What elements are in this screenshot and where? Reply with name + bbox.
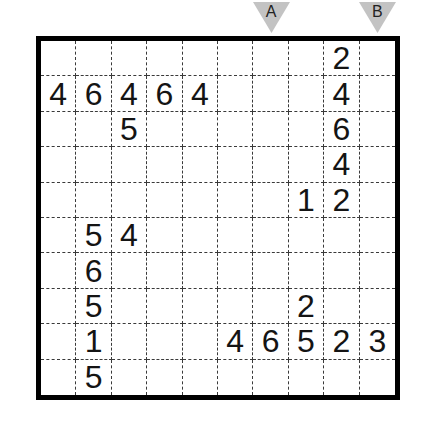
cell-r4-c2[interactable] [76, 147, 111, 182]
cell-r2-c10[interactable] [360, 76, 395, 111]
cell-r2-c6[interactable] [218, 76, 253, 111]
cell-r6-c10[interactable] [360, 218, 395, 253]
cell-r5-c8: 1 [289, 183, 324, 218]
cell-r3-c8[interactable] [289, 112, 324, 147]
cell-r8-c4[interactable] [147, 289, 182, 324]
cell-r3-c7[interactable] [253, 112, 288, 147]
cell-r10-c8[interactable] [289, 360, 324, 395]
cell-r6-c6[interactable] [218, 218, 253, 253]
cell-r3-c10[interactable] [360, 112, 395, 147]
cell-r1-c7[interactable] [253, 41, 288, 76]
cell-r7-c5[interactable] [183, 253, 218, 288]
cell-r6-c3: 4 [112, 218, 147, 253]
cell-r10-c5[interactable] [183, 360, 218, 395]
cell-r6-c1[interactable] [41, 218, 76, 253]
cell-r6-c7[interactable] [253, 218, 288, 253]
cell-r10-c6[interactable] [218, 360, 253, 395]
cell-r1-c3[interactable] [112, 41, 147, 76]
cell-r9-c8: 5 [289, 324, 324, 359]
puzzle-grid: 246464456412546521465235 [41, 41, 395, 395]
cell-r1-c4[interactable] [147, 41, 182, 76]
cell-r6-c4[interactable] [147, 218, 182, 253]
cell-r4-c5[interactable] [183, 147, 218, 182]
cell-r9-c3[interactable] [112, 324, 147, 359]
cell-r8-c2: 5 [76, 289, 111, 324]
cell-r7-c6[interactable] [218, 253, 253, 288]
cell-r2-c8[interactable] [289, 76, 324, 111]
cell-r2-c4: 6 [147, 76, 182, 111]
cell-r4-c1[interactable] [41, 147, 76, 182]
cell-r2-c1: 4 [41, 76, 76, 111]
cell-r8-c7[interactable] [253, 289, 288, 324]
cell-r2-c2: 6 [76, 76, 111, 111]
cell-r3-c9: 6 [324, 112, 359, 147]
cell-r9-c2: 1 [76, 324, 111, 359]
cell-r8-c3[interactable] [112, 289, 147, 324]
cell-r9-c4[interactable] [147, 324, 182, 359]
cell-r6-c5[interactable] [183, 218, 218, 253]
cell-r5-c5[interactable] [183, 183, 218, 218]
cell-r2-c7[interactable] [253, 76, 288, 111]
cell-r10-c4[interactable] [147, 360, 182, 395]
cell-r6-c9[interactable] [324, 218, 359, 253]
cell-r1-c5[interactable] [183, 41, 218, 76]
cell-r9-c7: 6 [253, 324, 288, 359]
marker-a-label: A [253, 3, 290, 21]
cell-r10-c1[interactable] [41, 360, 76, 395]
cell-r4-c9: 4 [324, 147, 359, 182]
cell-r1-c6[interactable] [218, 41, 253, 76]
cell-r4-c6[interactable] [218, 147, 253, 182]
cell-r2-c5: 4 [183, 76, 218, 111]
cell-r3-c6[interactable] [218, 112, 253, 147]
cell-r10-c3[interactable] [112, 360, 147, 395]
cell-r4-c10[interactable] [360, 147, 395, 182]
cell-r5-c4[interactable] [147, 183, 182, 218]
cell-r8-c9[interactable] [324, 289, 359, 324]
cell-r7-c7[interactable] [253, 253, 288, 288]
cell-r8-c5[interactable] [183, 289, 218, 324]
answer-marker-a: A [253, 2, 290, 33]
cell-r7-c10[interactable] [360, 253, 395, 288]
cell-r5-c2[interactable] [76, 183, 111, 218]
cell-r6-c8[interactable] [289, 218, 324, 253]
cell-r2-c9: 4 [324, 76, 359, 111]
cell-r10-c10[interactable] [360, 360, 395, 395]
cell-r5-c10[interactable] [360, 183, 395, 218]
puzzle-page: A B 246464456412546521465235 [0, 0, 436, 437]
cell-r7-c9[interactable] [324, 253, 359, 288]
cell-r8-c6[interactable] [218, 289, 253, 324]
cell-r5-c3[interactable] [112, 183, 147, 218]
cell-r8-c8: 2 [289, 289, 324, 324]
cell-r1-c2[interactable] [76, 41, 111, 76]
cell-r3-c1[interactable] [41, 112, 76, 147]
cell-r1-c9: 2 [324, 41, 359, 76]
cell-r8-c10[interactable] [360, 289, 395, 324]
cell-r7-c4[interactable] [147, 253, 182, 288]
cell-r9-c5[interactable] [183, 324, 218, 359]
cell-r10-c9[interactable] [324, 360, 359, 395]
cell-r5-c7[interactable] [253, 183, 288, 218]
cell-r7-c1[interactable] [41, 253, 76, 288]
cell-r7-c8[interactable] [289, 253, 324, 288]
cell-r7-c2: 6 [76, 253, 111, 288]
cell-r1-c1[interactable] [41, 41, 76, 76]
cell-r1-c8[interactable] [289, 41, 324, 76]
cell-r3-c5[interactable] [183, 112, 218, 147]
cell-r10-c2: 5 [76, 360, 111, 395]
cell-r7-c3[interactable] [112, 253, 147, 288]
cell-r4-c3[interactable] [112, 147, 147, 182]
cell-r9-c9: 2 [324, 324, 359, 359]
cell-r9-c10: 3 [360, 324, 395, 359]
marker-b-label: B [359, 3, 396, 21]
cell-r10-c7[interactable] [253, 360, 288, 395]
cell-r4-c4[interactable] [147, 147, 182, 182]
answer-marker-b: B [359, 2, 396, 33]
cell-r8-c1[interactable] [41, 289, 76, 324]
cell-r5-c9: 2 [324, 183, 359, 218]
cell-r2-c3: 4 [112, 76, 147, 111]
cell-r1-c10[interactable] [360, 41, 395, 76]
cell-r6-c2: 5 [76, 218, 111, 253]
cell-r5-c6[interactable] [218, 183, 253, 218]
puzzle-board: 246464456412546521465235 [36, 36, 400, 400]
cell-r9-c1[interactable] [41, 324, 76, 359]
cell-r5-c1[interactable] [41, 183, 76, 218]
cell-r3-c2[interactable] [76, 112, 111, 147]
cell-r9-c6: 4 [218, 324, 253, 359]
cell-r4-c7[interactable] [253, 147, 288, 182]
cell-r4-c8[interactable] [289, 147, 324, 182]
cell-r3-c3: 5 [112, 112, 147, 147]
cell-r3-c4[interactable] [147, 112, 182, 147]
